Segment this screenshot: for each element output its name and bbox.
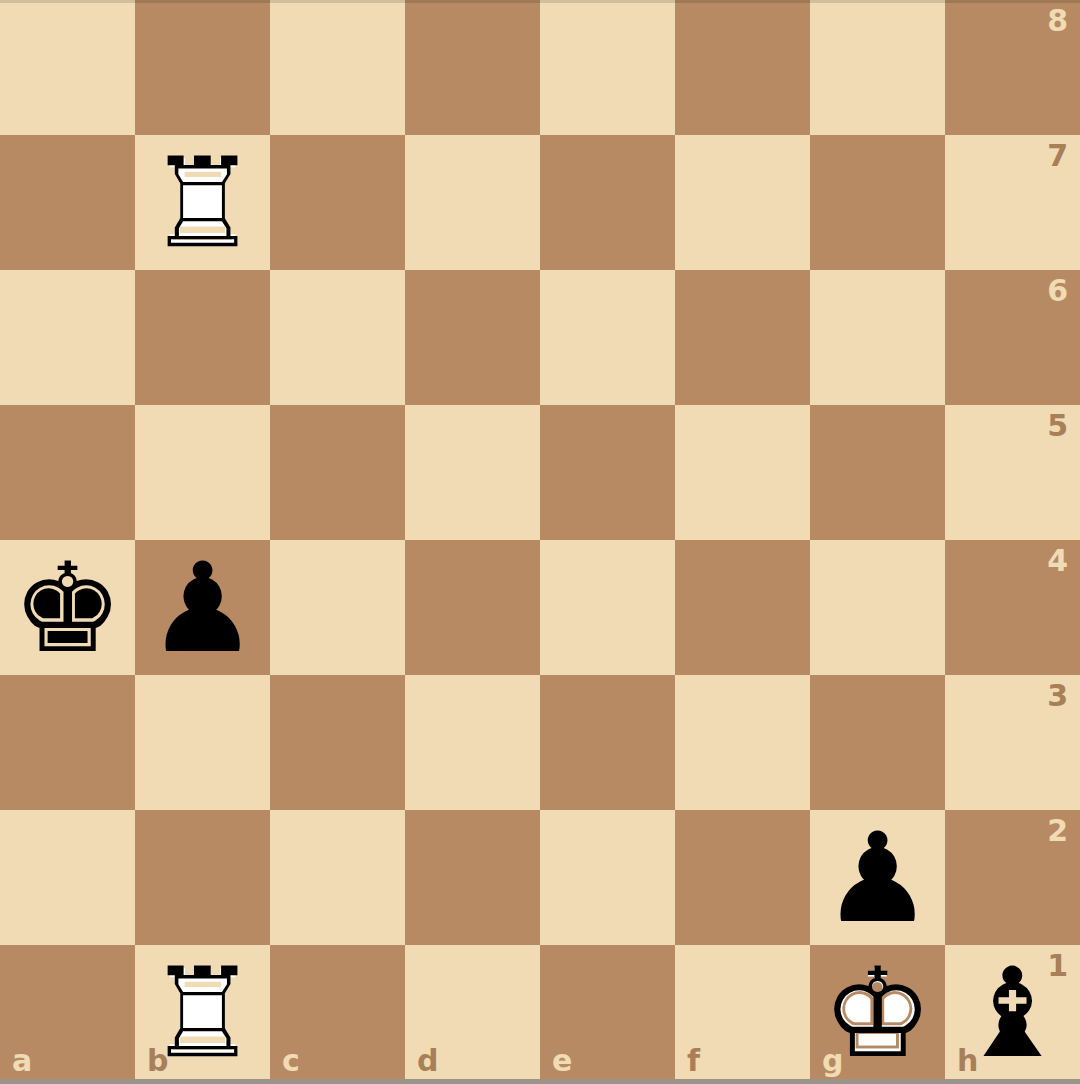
square-b5[interactable] <box>135 405 270 540</box>
square-g2[interactable]: ♟ <box>810 810 945 945</box>
piece-black-pawn-g2[interactable]: ♟ <box>810 810 945 945</box>
square-h7[interactable]: 7 <box>945 135 1080 270</box>
square-f8[interactable] <box>675 0 810 135</box>
square-h5[interactable]: 5 <box>945 405 1080 540</box>
square-f1[interactable]: f <box>675 945 810 1080</box>
square-b3[interactable] <box>135 675 270 810</box>
rank-label-5: 5 <box>1047 411 1068 441</box>
piece-white-king-g1[interactable]: ♚♔ <box>810 945 945 1080</box>
square-a2[interactable] <box>0 810 135 945</box>
square-a5[interactable] <box>0 405 135 540</box>
square-a6[interactable] <box>0 270 135 405</box>
square-f3[interactable] <box>675 675 810 810</box>
square-h6[interactable]: 6 <box>945 270 1080 405</box>
square-d7[interactable] <box>405 135 540 270</box>
rank-label-8: 8 <box>1047 6 1068 36</box>
piece-white-rook-b7[interactable]: ♜♖ <box>135 135 270 270</box>
square-e7[interactable] <box>540 135 675 270</box>
square-e5[interactable] <box>540 405 675 540</box>
chess-board: 8♜♖765♚♟43♟2ab♜♖cdefg♚♔1h♝ <box>0 0 1080 1080</box>
square-a4[interactable]: ♚ <box>0 540 135 675</box>
square-e4[interactable] <box>540 540 675 675</box>
square-c5[interactable] <box>270 405 405 540</box>
square-f6[interactable] <box>675 270 810 405</box>
square-h3[interactable]: 3 <box>945 675 1080 810</box>
white-king-icon: ♔ <box>810 945 945 1080</box>
black-king-icon: ♚ <box>0 540 135 675</box>
square-a3[interactable] <box>0 675 135 810</box>
file-label-a: a <box>12 1046 32 1076</box>
square-a8[interactable] <box>0 0 135 135</box>
square-b2[interactable] <box>135 810 270 945</box>
bottom-edge-line <box>0 1079 1080 1084</box>
square-g8[interactable] <box>810 0 945 135</box>
square-d6[interactable] <box>405 270 540 405</box>
square-d4[interactable] <box>405 540 540 675</box>
square-f7[interactable] <box>675 135 810 270</box>
file-label-e: e <box>552 1046 572 1076</box>
square-g7[interactable] <box>810 135 945 270</box>
square-h1[interactable]: 1h♝ <box>945 945 1080 1080</box>
black-pawn-icon: ♟ <box>810 810 945 945</box>
white-rook-icon: ♖ <box>135 945 270 1080</box>
rank-label-6: 6 <box>1047 276 1068 306</box>
square-d1[interactable]: d <box>405 945 540 1080</box>
square-d2[interactable] <box>405 810 540 945</box>
piece-black-pawn-b4[interactable]: ♟ <box>135 540 270 675</box>
square-b1[interactable]: b♜♖ <box>135 945 270 1080</box>
piece-white-rook-b1[interactable]: ♜♖ <box>135 945 270 1080</box>
square-c1[interactable]: c <box>270 945 405 1080</box>
square-c2[interactable] <box>270 810 405 945</box>
square-g1[interactable]: g♚♔ <box>810 945 945 1080</box>
square-b6[interactable] <box>135 270 270 405</box>
black-pawn-icon: ♟ <box>135 540 270 675</box>
square-d8[interactable] <box>405 0 540 135</box>
top-edge-line <box>0 0 1080 3</box>
rank-label-3: 3 <box>1047 681 1068 711</box>
square-c8[interactable] <box>270 0 405 135</box>
square-e3[interactable] <box>540 675 675 810</box>
chess-diagram: 8♜♖765♚♟43♟2ab♜♖cdefg♚♔1h♝ <box>0 0 1080 1084</box>
square-h8[interactable]: 8 <box>945 0 1080 135</box>
rank-label-4: 4 <box>1047 546 1068 576</box>
square-a1[interactable]: a <box>0 945 135 1080</box>
square-h2[interactable]: 2 <box>945 810 1080 945</box>
rank-label-7: 7 <box>1047 141 1068 171</box>
square-g6[interactable] <box>810 270 945 405</box>
square-b7[interactable]: ♜♖ <box>135 135 270 270</box>
square-b4[interactable]: ♟ <box>135 540 270 675</box>
file-label-c: c <box>282 1046 300 1076</box>
file-label-f: f <box>687 1046 700 1076</box>
square-f5[interactable] <box>675 405 810 540</box>
square-g3[interactable] <box>810 675 945 810</box>
square-f2[interactable] <box>675 810 810 945</box>
square-g5[interactable] <box>810 405 945 540</box>
square-e8[interactable] <box>540 0 675 135</box>
square-g4[interactable] <box>810 540 945 675</box>
square-d3[interactable] <box>405 675 540 810</box>
square-a7[interactable] <box>0 135 135 270</box>
square-c3[interactable] <box>270 675 405 810</box>
square-c4[interactable] <box>270 540 405 675</box>
square-f4[interactable] <box>675 540 810 675</box>
square-h4[interactable]: 4 <box>945 540 1080 675</box>
piece-black-bishop-h1[interactable]: ♝ <box>945 945 1080 1080</box>
square-e6[interactable] <box>540 270 675 405</box>
square-b8[interactable] <box>135 0 270 135</box>
square-d5[interactable] <box>405 405 540 540</box>
square-e2[interactable] <box>540 810 675 945</box>
square-c7[interactable] <box>270 135 405 270</box>
square-c6[interactable] <box>270 270 405 405</box>
white-rook-icon: ♖ <box>135 135 270 270</box>
file-label-d: d <box>417 1046 438 1076</box>
piece-black-king-a4[interactable]: ♚ <box>0 540 135 675</box>
rank-label-2: 2 <box>1047 816 1068 846</box>
black-bishop-icon: ♝ <box>945 945 1080 1080</box>
square-e1[interactable]: e <box>540 945 675 1080</box>
